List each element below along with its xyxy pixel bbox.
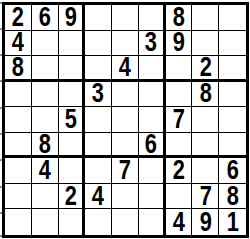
given-digit: 8 (12, 56, 24, 82)
cell-r1c1[interactable]: 2 (5, 5, 32, 31)
cell-r9c8[interactable]: 9 (192, 209, 219, 235)
left-tick-mark (0, 80, 2, 82)
given-digit: 8 (172, 5, 184, 31)
cell-r5c8[interactable] (192, 107, 219, 133)
cell-r4c2[interactable] (32, 82, 59, 108)
cell-r8c9[interactable]: 8 (219, 184, 246, 210)
cell-r2c6[interactable]: 3 (139, 31, 166, 57)
given-digit: 2 (172, 158, 184, 184)
given-digit: 2 (199, 56, 211, 82)
cell-r2c1[interactable]: 4 (5, 31, 32, 57)
given-digit: 4 (39, 158, 51, 184)
cell-r3c3[interactable] (59, 56, 86, 82)
cell-r1c2[interactable]: 6 (32, 5, 59, 31)
cell-r1c3[interactable]: 9 (59, 5, 86, 31)
cell-r7c3[interactable] (59, 158, 86, 184)
given-digit: 4 (119, 56, 131, 82)
cell-r3c1[interactable]: 8 (5, 56, 32, 82)
cell-r5c3[interactable]: 5 (59, 107, 86, 133)
cell-r9c1[interactable] (5, 209, 32, 235)
given-digit: 2 (12, 5, 24, 31)
cell-r8c2[interactable] (32, 184, 59, 210)
cell-r5c1[interactable] (5, 107, 32, 133)
cell-r8c1[interactable] (5, 184, 32, 210)
given-digit: 7 (172, 107, 184, 133)
cell-r9c5[interactable] (112, 209, 139, 235)
cell-r7c7[interactable]: 2 (166, 158, 193, 184)
cell-r5c6[interactable] (139, 107, 166, 133)
cell-r4c5[interactable] (112, 82, 139, 108)
cell-r9c9[interactable]: 1 (219, 209, 246, 235)
cell-r6c1[interactable] (5, 133, 32, 159)
cell-r5c9[interactable] (219, 107, 246, 133)
left-tick-mark (0, 54, 2, 56)
given-digit: 9 (172, 31, 184, 57)
given-digit: 8 (227, 184, 239, 210)
cell-r7c4[interactable] (85, 158, 112, 184)
given-digit: 7 (119, 158, 131, 184)
cell-r2c2[interactable] (32, 31, 59, 57)
cell-r7c6[interactable] (139, 158, 166, 184)
given-digit: 7 (199, 184, 211, 210)
cell-r6c2[interactable]: 8 (32, 133, 59, 159)
cell-r8c6[interactable] (139, 184, 166, 210)
cell-r8c4[interactable]: 4 (85, 184, 112, 210)
cell-r2c8[interactable] (192, 31, 219, 57)
cell-r3c5[interactable]: 4 (112, 56, 139, 82)
cell-r6c5[interactable] (112, 133, 139, 159)
cell-r4c8[interactable]: 8 (192, 82, 219, 108)
given-digit: 6 (39, 5, 51, 31)
cell-r2c9[interactable] (219, 31, 246, 57)
cell-r6c4[interactable] (85, 133, 112, 159)
cell-r1c8[interactable] (192, 5, 219, 31)
cell-r5c4[interactable] (85, 107, 112, 133)
cell-r5c2[interactable] (32, 107, 59, 133)
cell-r3c9[interactable] (219, 56, 246, 82)
cell-r1c6[interactable] (139, 5, 166, 31)
given-digit: 8 (39, 133, 51, 159)
cell-r3c2[interactable] (32, 56, 59, 82)
cell-r7c2[interactable]: 4 (32, 158, 59, 184)
cell-r1c7[interactable]: 8 (166, 5, 193, 31)
cell-r8c7[interactable] (166, 184, 193, 210)
cell-r3c7[interactable] (166, 56, 193, 82)
given-digit: 4 (92, 184, 104, 210)
cell-r2c3[interactable] (59, 31, 86, 57)
left-tick-mark (0, 133, 2, 135)
cell-r8c3[interactable]: 2 (59, 184, 86, 210)
cell-r6c6[interactable]: 6 (139, 133, 166, 159)
cell-r4c7[interactable] (166, 82, 193, 108)
cell-r3c4[interactable] (85, 56, 112, 82)
cell-r9c3[interactable] (59, 209, 86, 235)
cell-r2c4[interactable] (85, 31, 112, 57)
cell-r7c1[interactable] (5, 158, 32, 184)
cell-r6c3[interactable] (59, 133, 86, 159)
given-digit: 6 (145, 133, 157, 159)
left-tick-mark (0, 212, 2, 214)
cell-r2c7[interactable]: 9 (166, 31, 193, 57)
left-tick-mark (0, 186, 2, 188)
cell-r9c2[interactable] (32, 209, 59, 235)
given-digit: 4 (12, 31, 24, 57)
cell-r4c3[interactable] (59, 82, 86, 108)
left-tick-mark (0, 235, 2, 237)
cell-r4c9[interactable] (219, 82, 246, 108)
cell-r2c5[interactable] (112, 31, 139, 57)
given-digit: 9 (64, 5, 76, 31)
given-digit: 6 (227, 158, 239, 184)
left-tick-mark (0, 107, 2, 109)
sudoku-board: 269843984238578647262478491 (2, 2, 249, 238)
cell-r7c5[interactable]: 7 (112, 158, 139, 184)
cell-r9c4[interactable] (85, 209, 112, 235)
cell-r9c6[interactable] (139, 209, 166, 235)
cell-r3c6[interactable] (139, 56, 166, 82)
cell-r7c9[interactable]: 6 (219, 158, 246, 184)
cell-r1c5[interactable] (112, 5, 139, 31)
cell-r8c5[interactable] (112, 184, 139, 210)
given-digit: 5 (64, 107, 76, 133)
cell-r7c8[interactable] (192, 158, 219, 184)
cell-r8c8[interactable]: 7 (192, 184, 219, 210)
given-digit: 1 (227, 209, 239, 235)
cell-r6c9[interactable] (219, 133, 246, 159)
left-tick-mark (0, 28, 2, 30)
cell-r1c4[interactable] (85, 5, 112, 31)
left-tick-mark (0, 159, 2, 161)
cell-r4c6[interactable] (139, 82, 166, 108)
cell-r1c9[interactable] (219, 5, 246, 31)
given-digit: 4 (172, 209, 184, 235)
given-digit: 3 (92, 82, 104, 108)
cell-r5c7[interactable]: 7 (166, 107, 193, 133)
cell-r4c1[interactable] (5, 82, 32, 108)
cell-r6c8[interactable] (192, 133, 219, 159)
cell-r3c8[interactable]: 2 (192, 56, 219, 82)
cell-r4c4[interactable]: 3 (85, 82, 112, 108)
given-digit: 9 (199, 209, 211, 235)
cell-r5c5[interactable] (112, 107, 139, 133)
given-digit: 2 (64, 184, 76, 210)
given-digit: 8 (199, 82, 211, 108)
cell-r6c7[interactable] (166, 133, 193, 159)
sudoku-page: 269843984238578647262478491 (0, 0, 250, 239)
left-tick-mark (0, 2, 2, 4)
given-digit: 3 (145, 31, 157, 57)
cell-r9c7[interactable]: 4 (166, 209, 193, 235)
